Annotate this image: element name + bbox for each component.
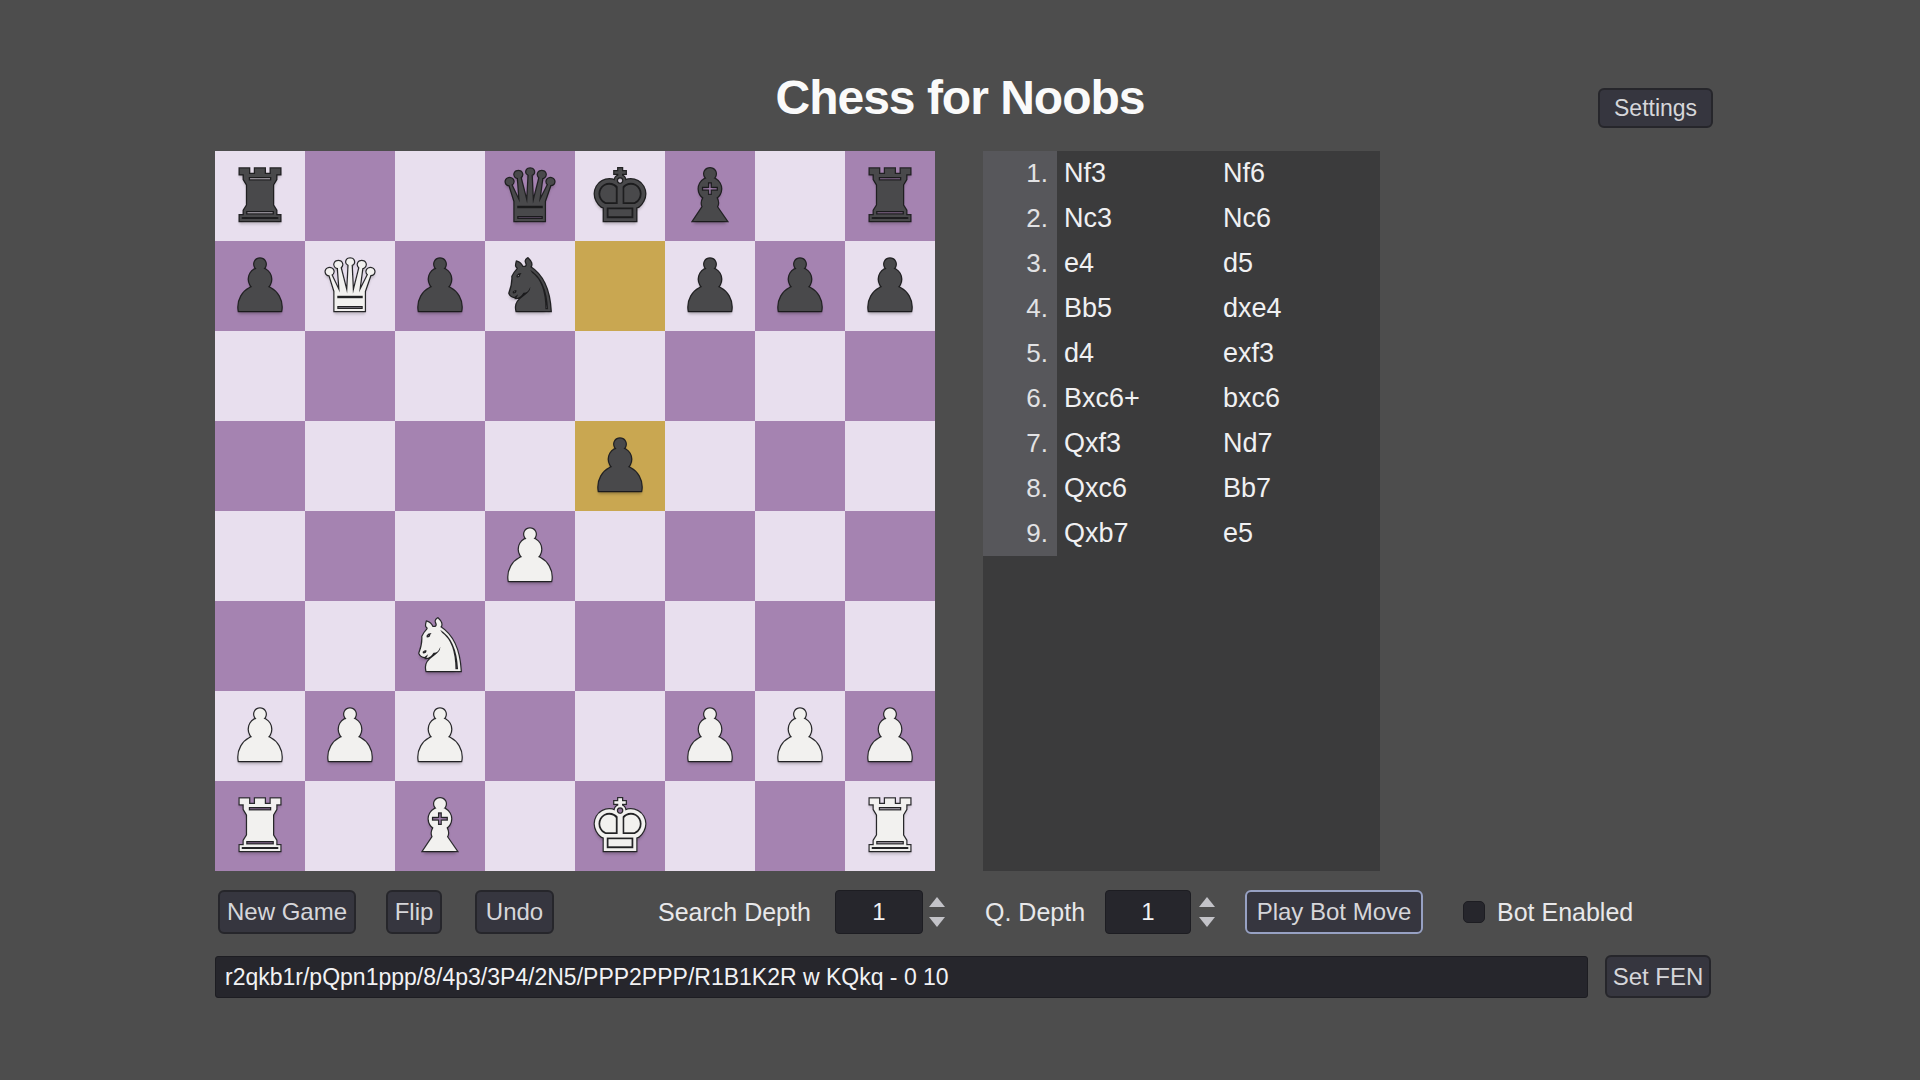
search-depth-label: Search Depth: [658, 890, 811, 934]
square-c4[interactable]: [395, 511, 485, 601]
chess-board: ♜♛♚♝♜♟♛♟♞♟♟♟♟♟♞♟♟♟♟♟♟♜♝♚♜: [215, 151, 935, 871]
square-f4[interactable]: [665, 511, 755, 601]
square-d1[interactable]: [485, 781, 575, 871]
black-move: Nc6: [1223, 203, 1380, 234]
square-f3[interactable]: [665, 601, 755, 691]
square-d4[interactable]: ♟: [485, 511, 575, 601]
move-number: 6.: [983, 383, 1057, 414]
black-move: Bb7: [1223, 473, 1380, 504]
stepper-up-icon[interactable]: [929, 897, 945, 907]
square-a1[interactable]: ♜: [215, 781, 305, 871]
white-move: Bb5: [1057, 293, 1223, 324]
move-row: 5.d4exf3: [983, 331, 1380, 376]
move-row: 2.Nc3Nc6: [983, 196, 1380, 241]
square-h4[interactable]: [845, 511, 935, 601]
square-d6[interactable]: [485, 331, 575, 421]
square-h5[interactable]: [845, 421, 935, 511]
move-row: 1.Nf3Nf6: [983, 151, 1380, 196]
square-d5[interactable]: [485, 421, 575, 511]
square-g6[interactable]: [755, 331, 845, 421]
white-move: Nc3: [1057, 203, 1223, 234]
square-e5[interactable]: ♟: [575, 421, 665, 511]
square-e2[interactable]: [575, 691, 665, 781]
white-pawn[interactable]: ♟: [858, 691, 923, 781]
q-depth-input[interactable]: [1105, 890, 1191, 934]
white-king[interactable]: ♚: [588, 781, 653, 871]
stepper-down-icon[interactable]: [1199, 917, 1215, 927]
black-move: exf3: [1223, 338, 1380, 369]
square-f5[interactable]: [665, 421, 755, 511]
move-row: 8.Qxc6Bb7: [983, 466, 1380, 511]
white-pawn[interactable]: ♟: [228, 691, 293, 781]
square-a5[interactable]: [215, 421, 305, 511]
move-row: 6.Bxc6+bxc6: [983, 376, 1380, 421]
square-c6[interactable]: [395, 331, 485, 421]
move-row: 4.Bb5dxe4: [983, 286, 1380, 331]
white-move: Nf3: [1057, 158, 1223, 189]
black-pawn[interactable]: ♟: [228, 241, 293, 331]
black-pawn[interactable]: ♟: [588, 421, 653, 511]
square-e3[interactable]: [575, 601, 665, 691]
white-pawn[interactable]: ♟: [678, 691, 743, 781]
black-king[interactable]: ♚: [588, 151, 653, 241]
q-depth-stepper[interactable]: [1198, 897, 1216, 927]
black-pawn[interactable]: ♟: [768, 241, 833, 331]
square-c2[interactable]: ♟: [395, 691, 485, 781]
black-move: Nf6: [1223, 158, 1380, 189]
search-depth-stepper[interactable]: [928, 897, 946, 927]
square-b7[interactable]: ♛: [305, 241, 395, 331]
white-move: Qxc6: [1057, 473, 1223, 504]
square-h1[interactable]: ♜: [845, 781, 935, 871]
black-move: Nd7: [1223, 428, 1380, 459]
square-f2[interactable]: ♟: [665, 691, 755, 781]
square-g5[interactable]: [755, 421, 845, 511]
black-queen[interactable]: ♛: [498, 151, 563, 241]
black-move: dxe4: [1223, 293, 1380, 324]
white-pawn[interactable]: ♟: [498, 511, 563, 601]
bot-enabled-label: Bot Enabled: [1497, 890, 1633, 934]
black-move: bxc6: [1223, 383, 1380, 414]
square-b4[interactable]: [305, 511, 395, 601]
square-d7[interactable]: ♞: [485, 241, 575, 331]
square-a3[interactable]: [215, 601, 305, 691]
set-fen-button[interactable]: Set FEN: [1605, 955, 1711, 998]
move-number: 9.: [983, 518, 1057, 549]
square-g1[interactable]: [755, 781, 845, 871]
move-rows: 1.Nf3Nf62.Nc3Nc63.e4d54.Bb5dxe45.d4exf36…: [983, 151, 1380, 556]
white-queen[interactable]: ♛: [318, 241, 383, 331]
bot-enabled-checkbox[interactable]: [1463, 901, 1485, 923]
square-c3[interactable]: ♞: [395, 601, 485, 691]
move-number: 1.: [983, 158, 1057, 189]
square-f1[interactable]: [665, 781, 755, 871]
white-move: Bxc6+: [1057, 383, 1223, 414]
black-rook[interactable]: ♜: [228, 151, 293, 241]
black-move: e5: [1223, 518, 1380, 549]
square-g4[interactable]: [755, 511, 845, 601]
black-pawn[interactable]: ♟: [858, 241, 923, 331]
move-number: 2.: [983, 203, 1057, 234]
square-a2[interactable]: ♟: [215, 691, 305, 781]
white-knight[interactable]: ♞: [408, 601, 473, 691]
stepper-down-icon[interactable]: [929, 917, 945, 927]
fen-input[interactable]: [215, 956, 1588, 998]
black-bishop[interactable]: ♝: [678, 151, 743, 241]
square-a4[interactable]: [215, 511, 305, 601]
square-a6[interactable]: [215, 331, 305, 421]
square-b8[interactable]: [305, 151, 395, 241]
square-f6[interactable]: [665, 331, 755, 421]
square-c1[interactable]: ♝: [395, 781, 485, 871]
square-c5[interactable]: [395, 421, 485, 511]
white-pawn[interactable]: ♟: [408, 691, 473, 781]
black-pawn[interactable]: ♟: [678, 241, 743, 331]
square-b6[interactable]: [305, 331, 395, 421]
square-c8[interactable]: [395, 151, 485, 241]
move-number: 5.: [983, 338, 1057, 369]
white-pawn[interactable]: ♟: [768, 691, 833, 781]
settings-button[interactable]: Settings: [1598, 88, 1713, 128]
move-list-panel: 1.Nf3Nf62.Nc3Nc63.e4d54.Bb5dxe45.d4exf36…: [983, 151, 1380, 871]
square-h2[interactable]: ♟: [845, 691, 935, 781]
square-g8[interactable]: [755, 151, 845, 241]
black-rook[interactable]: ♜: [858, 151, 923, 241]
square-h3[interactable]: [845, 601, 935, 691]
black-knight[interactable]: ♞: [498, 241, 563, 331]
square-g3[interactable]: [755, 601, 845, 691]
square-g7[interactable]: ♟: [755, 241, 845, 331]
flip-button[interactable]: Flip: [386, 890, 442, 934]
move-number: 4.: [983, 293, 1057, 324]
square-g2[interactable]: ♟: [755, 691, 845, 781]
white-rook[interactable]: ♜: [858, 781, 923, 871]
move-number: 7.: [983, 428, 1057, 459]
q-depth-label: Q. Depth: [985, 890, 1085, 934]
white-rook[interactable]: ♜: [228, 781, 293, 871]
move-row: 9.Qxb7e5: [983, 511, 1380, 556]
black-move: d5: [1223, 248, 1380, 279]
white-move: d4: [1057, 338, 1223, 369]
square-h8[interactable]: ♜: [845, 151, 935, 241]
square-h7[interactable]: ♟: [845, 241, 935, 331]
square-b5[interactable]: [305, 421, 395, 511]
new-game-button[interactable]: New Game: [218, 890, 356, 934]
square-f8[interactable]: ♝: [665, 151, 755, 241]
square-b2[interactable]: ♟: [305, 691, 395, 781]
square-e4[interactable]: [575, 511, 665, 601]
square-d2[interactable]: [485, 691, 575, 781]
white-move: e4: [1057, 248, 1223, 279]
square-b1[interactable]: [305, 781, 395, 871]
undo-button[interactable]: Undo: [475, 890, 554, 934]
square-h6[interactable]: [845, 331, 935, 421]
square-c7[interactable]: ♟: [395, 241, 485, 331]
square-f7[interactable]: ♟: [665, 241, 755, 331]
square-d8[interactable]: ♛: [485, 151, 575, 241]
black-pawn[interactable]: ♟: [408, 241, 473, 331]
square-e8[interactable]: ♚: [575, 151, 665, 241]
move-number: 3.: [983, 248, 1057, 279]
white-move: Qxb7: [1057, 518, 1223, 549]
square-e1[interactable]: ♚: [575, 781, 665, 871]
white-bishop[interactable]: ♝: [408, 781, 473, 871]
square-e6[interactable]: [575, 331, 665, 421]
move-row: 3.e4d5: [983, 241, 1380, 286]
play-bot-move-button[interactable]: Play Bot Move: [1245, 890, 1423, 934]
square-a8[interactable]: ♜: [215, 151, 305, 241]
search-depth-input[interactable]: [835, 890, 923, 934]
square-e7[interactable]: [575, 241, 665, 331]
move-row: 7.Qxf3Nd7: [983, 421, 1380, 466]
square-d3[interactable]: [485, 601, 575, 691]
white-move: Qxf3: [1057, 428, 1223, 459]
stepper-up-icon[interactable]: [1199, 897, 1215, 907]
square-a7[interactable]: ♟: [215, 241, 305, 331]
square-b3[interactable]: [305, 601, 395, 691]
white-pawn[interactable]: ♟: [318, 691, 383, 781]
move-number: 8.: [983, 473, 1057, 504]
